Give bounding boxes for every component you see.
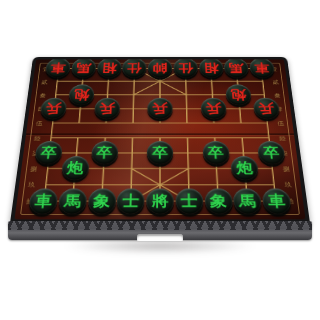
piece-green-elephant[interactable]: 象 xyxy=(204,189,233,214)
piece-character: 車 xyxy=(262,189,292,214)
piece-character: 炮 xyxy=(68,84,94,105)
piece-character: 卒 xyxy=(34,141,63,164)
piece-character: 象 xyxy=(87,189,116,214)
piece-character: 兵 xyxy=(147,98,172,119)
piece-character: 仕 xyxy=(173,59,198,77)
piece-character: 兵 xyxy=(253,98,280,119)
piece-character: 卒 xyxy=(257,141,286,164)
piece-red-horse[interactable]: 馬 xyxy=(224,59,250,77)
piece-green-soldier[interactable]: 卒 xyxy=(202,141,229,164)
piece-red-elephant[interactable]: 相 xyxy=(96,59,121,77)
piece-character: 兵 xyxy=(40,98,67,119)
piece-character: 馬 xyxy=(224,59,250,77)
product-photo-scene: 壹貳叁肆伍陸柒捌玖拾 壹貳叁肆伍陸柒捌玖拾 xyxy=(0,0,320,320)
piece-red-soldier[interactable]: 兵 xyxy=(94,98,120,119)
decor-glyph: 貳 xyxy=(41,80,48,85)
piece-green-chariot[interactable]: 車 xyxy=(262,189,292,214)
decor-glyph: 貳 xyxy=(272,80,279,85)
piece-red-soldier[interactable]: 兵 xyxy=(40,98,67,119)
playing-grid: 車馬相仕帥仕相馬車炮炮兵兵兵兵兵卒卒卒卒卒炮炮車馬象士將士象馬車 xyxy=(43,68,276,201)
piece-character: 象 xyxy=(204,189,233,214)
case-front-edge xyxy=(8,221,312,240)
piece-character: 卒 xyxy=(147,141,173,164)
piece-red-horse[interactable]: 馬 xyxy=(71,59,97,77)
piece-character: 仕 xyxy=(122,59,147,77)
piece-character: 相 xyxy=(199,59,224,77)
piece-character: 將 xyxy=(146,189,174,214)
piece-character: 相 xyxy=(96,59,121,77)
decor-glyph: 捌 xyxy=(283,167,290,173)
piece-green-soldier[interactable]: 卒 xyxy=(257,141,286,164)
piece-character: 炮 xyxy=(226,84,252,105)
piece-green-advisor[interactable]: 士 xyxy=(175,189,203,214)
piece-green-advisor[interactable]: 士 xyxy=(117,189,145,214)
piece-red-soldier[interactable]: 兵 xyxy=(200,98,226,119)
piece-character: 士 xyxy=(117,189,145,214)
xiangqi-board-case: 壹貳叁肆伍陸柒捌玖拾 壹貳叁肆伍陸柒捌玖拾 xyxy=(10,57,310,223)
piece-green-cannon[interactable]: 炮 xyxy=(61,156,90,180)
piece-green-elephant[interactable]: 象 xyxy=(87,189,116,214)
board-surface: 壹貳叁肆伍陸柒捌玖拾 壹貳叁肆伍陸柒捌玖拾 xyxy=(14,59,305,219)
piece-character: 馬 xyxy=(233,189,263,214)
piece-green-cannon[interactable]: 炮 xyxy=(231,156,260,180)
piece-character: 馬 xyxy=(58,189,88,214)
piece-character: 炮 xyxy=(231,156,260,180)
piece-red-cannon[interactable]: 炮 xyxy=(68,84,94,105)
piece-red-soldier[interactable]: 兵 xyxy=(147,98,172,119)
piece-character: 士 xyxy=(175,189,203,214)
piece-green-soldier[interactable]: 卒 xyxy=(147,141,173,164)
piece-red-elephant[interactable]: 相 xyxy=(199,59,224,77)
piece-character: 車 xyxy=(249,59,275,77)
piece-green-horse[interactable]: 馬 xyxy=(233,189,263,214)
piece-character: 兵 xyxy=(200,98,226,119)
piece-character: 卒 xyxy=(202,141,229,164)
piece-green-soldier[interactable]: 卒 xyxy=(34,141,63,164)
piece-character: 卒 xyxy=(91,141,118,164)
decor-glyph: 伍 xyxy=(277,122,284,127)
piece-character: 兵 xyxy=(94,98,120,119)
piece-character: 車 xyxy=(45,59,71,77)
piece-red-chariot[interactable]: 車 xyxy=(249,59,275,77)
piece-red-soldier[interactable]: 兵 xyxy=(253,98,280,119)
piece-character: 帥 xyxy=(148,59,172,77)
decor-glyph: 捌 xyxy=(30,167,37,173)
zigzag-trim xyxy=(8,221,312,230)
piece-character: 馬 xyxy=(71,59,97,77)
decor-glyph: 玖 xyxy=(285,182,292,188)
piece-red-advisor[interactable]: 仕 xyxy=(122,59,147,77)
piece-green-soldier[interactable]: 卒 xyxy=(91,141,118,164)
piece-red-chariot[interactable]: 車 xyxy=(45,59,71,77)
piece-character: 車 xyxy=(28,189,58,214)
latch-notch[interactable] xyxy=(137,234,183,241)
piece-character: 炮 xyxy=(61,156,90,180)
piece-red-general[interactable]: 帥 xyxy=(148,59,172,77)
piece-green-chariot[interactable]: 車 xyxy=(28,189,58,214)
piece-red-cannon[interactable]: 炮 xyxy=(226,84,252,105)
piece-layer: 車馬相仕帥仕相馬車炮炮兵兵兵兵兵卒卒卒卒卒炮炮車馬象士將士象馬車 xyxy=(43,68,276,201)
decor-glyph: 伍 xyxy=(36,122,43,127)
piece-red-advisor[interactable]: 仕 xyxy=(173,59,198,77)
piece-green-general[interactable]: 將 xyxy=(146,189,174,214)
decor-glyph: 玖 xyxy=(28,182,35,188)
piece-green-horse[interactable]: 馬 xyxy=(58,189,88,214)
